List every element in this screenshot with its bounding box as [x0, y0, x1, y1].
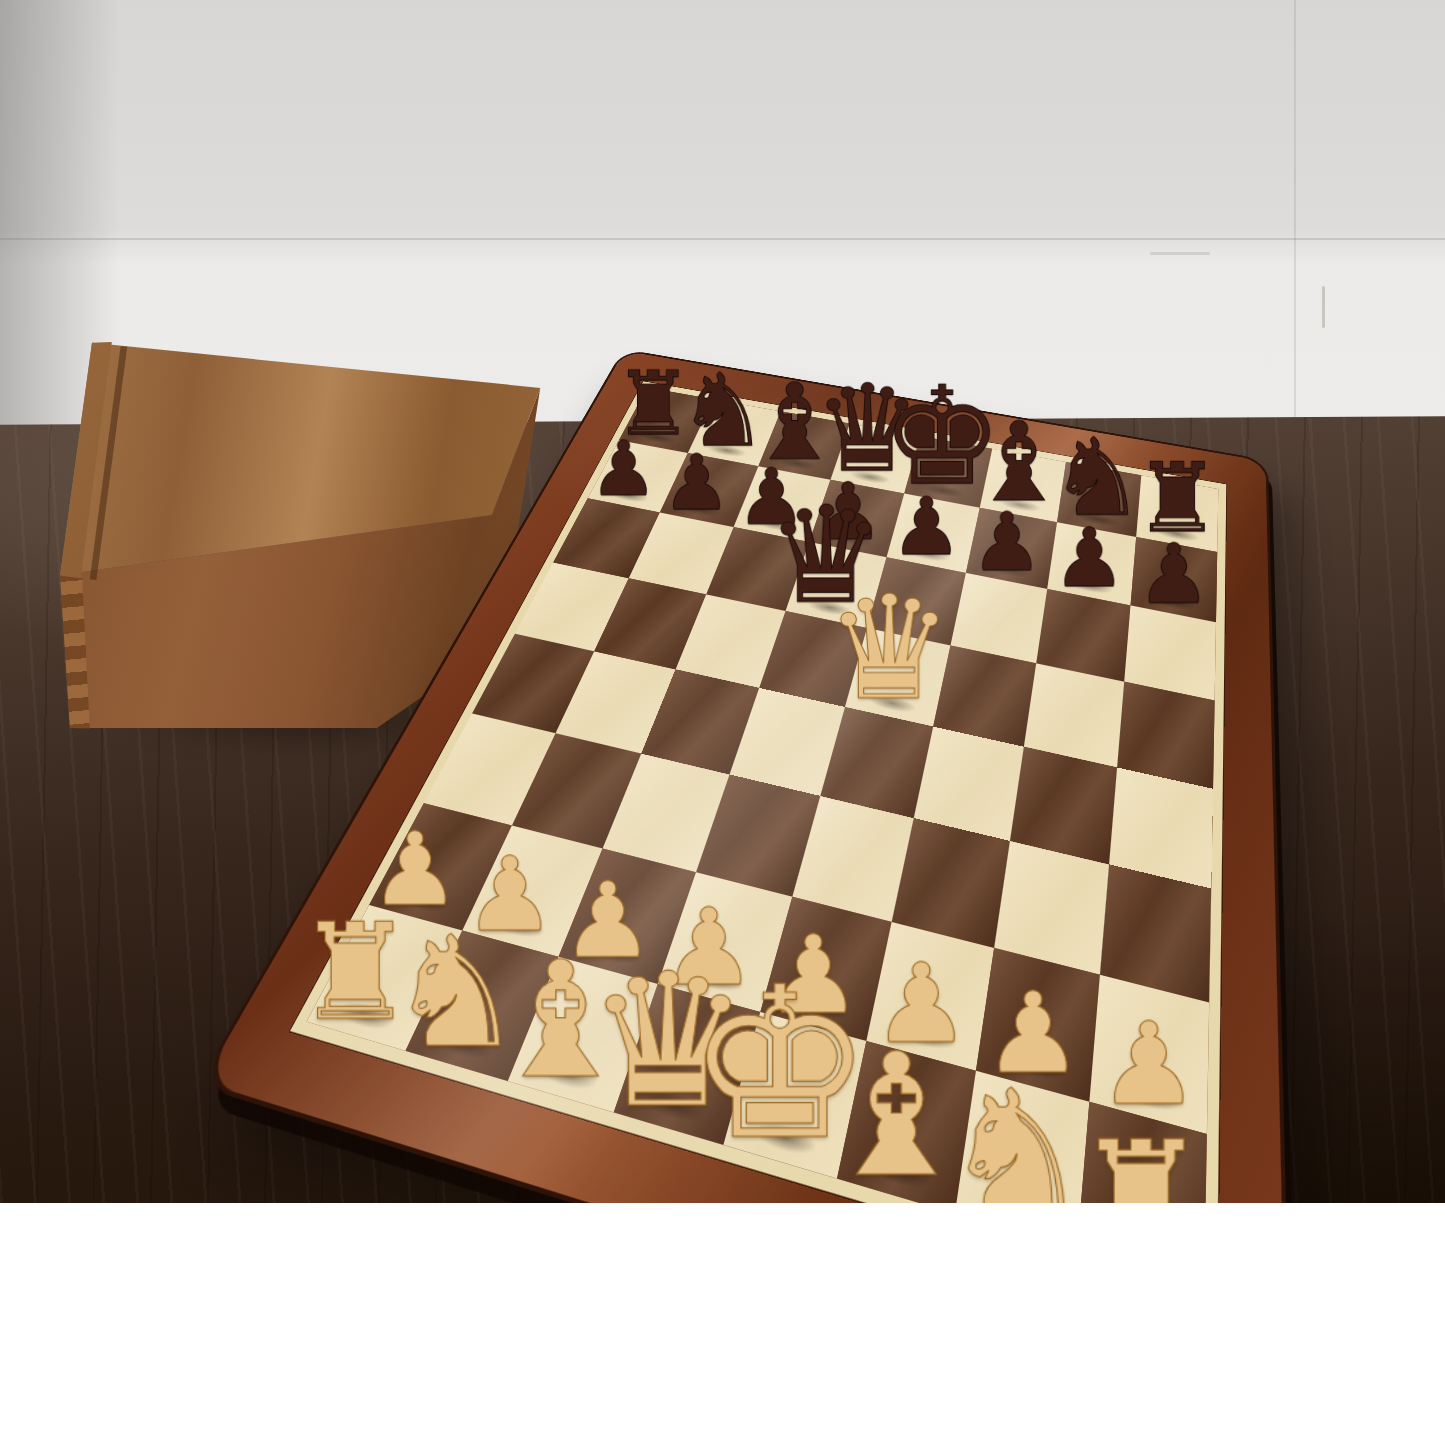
- square-a3[interactable]: [424, 713, 556, 825]
- square-e5[interactable]: ♛: [845, 628, 950, 727]
- square-c4[interactable]: [641, 669, 759, 774]
- board-grid: ♜♞♝♛♚♝♞♜♟♟♟♟♟♟♟♟♛♛♟♟♟♟♟♟♟♟♜♞♝♛♚♝♞♜: [290, 381, 1226, 1203]
- bottom-white-band: [0, 1203, 1445, 1445]
- square-h1[interactable]: ♜: [1077, 1102, 1207, 1203]
- perspective-container: ♜♞♝♛♚♝♞♜♟♟♟♟♟♟♟♟♛♛♟♟♟♟♟♟♟♟♜♞♝♛♚♝♞♜: [0, 0, 1445, 1203]
- screenshot-canvas: ♜♞♝♛♚♝♞♜♟♟♟♟♟♟♟♟♛♛♟♟♟♟♟♟♟♟♜♞♝♛♚♝♞♜: [0, 0, 1445, 1445]
- piece-white-rook-h1[interactable]: ♜: [960, 1126, 1324, 1203]
- chess-board: ♜♞♝♛♚♝♞♜♟♟♟♟♟♟♟♟♛♛♟♟♟♟♟♟♟♟♜♞♝♛♚♝♞♜: [203, 351, 1287, 1203]
- square-g5[interactable]: [1024, 663, 1124, 767]
- piece-white-queen-e5[interactable]: ♛: [758, 581, 1020, 717]
- square-h7[interactable]: ♟: [1131, 537, 1218, 622]
- square-h5[interactable]: [1117, 682, 1214, 789]
- piece-black-pawn-h7[interactable]: ♟: [1052, 535, 1295, 613]
- photo-chess-set-scene: ♜♞♝♛♚♝♞♜♟♟♟♟♟♟♟♟♛♛♟♟♟♟♟♟♟♟♜♞♝♛♚♝♞♜: [0, 0, 1445, 1203]
- square-h6[interactable]: [1124, 605, 1216, 700]
- square-b4[interactable]: [556, 651, 676, 753]
